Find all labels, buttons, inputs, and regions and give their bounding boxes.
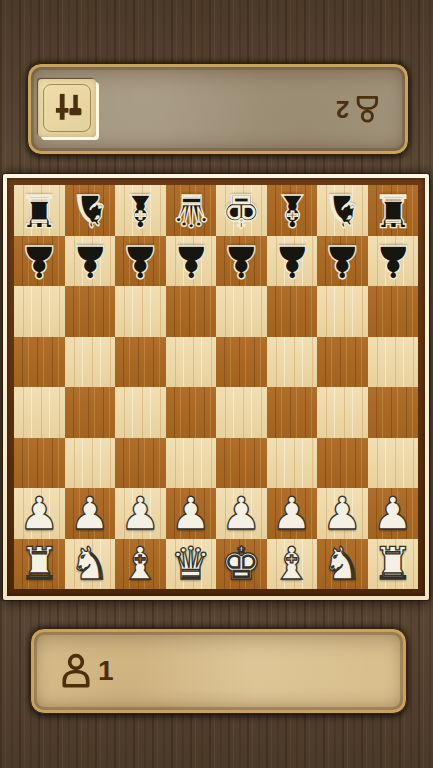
black-bishop[interactable]: ♝ [267,185,318,236]
square-h2[interactable]: ♟ [368,488,419,539]
player-icon [352,94,382,124]
square-d2[interactable]: ♟ [166,488,217,539]
square-a6[interactable] [14,286,65,337]
white-pawn[interactable]: ♟ [368,488,419,539]
square-e8[interactable]: ♚ [216,185,267,236]
white-bishop[interactable]: ♝ [267,539,318,590]
square-c5[interactable] [115,337,166,388]
square-d4[interactable] [166,387,217,438]
black-pawn[interactable]: ♟ [216,236,267,287]
black-queen[interactable]: ♛ [166,185,217,236]
square-g1[interactable]: ♞ [317,539,368,590]
player1-bar: 1 [30,628,407,714]
square-f6[interactable] [267,286,318,337]
square-g4[interactable] [317,387,368,438]
white-knight[interactable]: ♞ [65,539,116,590]
square-a7[interactable]: ♟ [14,236,65,287]
player2-number: 2 [336,95,349,123]
square-b4[interactable] [65,387,116,438]
square-b6[interactable] [65,286,116,337]
square-f8[interactable]: ♝ [267,185,318,236]
black-rook[interactable]: ♜ [14,185,65,236]
square-e7[interactable]: ♟ [216,236,267,287]
white-pawn[interactable]: ♟ [14,488,65,539]
white-bishop[interactable]: ♝ [115,539,166,590]
black-rook[interactable]: ♜ [368,185,419,236]
square-b7[interactable]: ♟ [65,236,116,287]
black-pawn[interactable]: ♟ [115,236,166,287]
square-a3[interactable] [14,438,65,489]
square-f7[interactable]: ♟ [267,236,318,287]
white-rook[interactable]: ♜ [14,539,65,590]
square-d8[interactable]: ♛ [166,185,217,236]
square-g8[interactable]: ♞ [317,185,368,236]
square-f3[interactable] [267,438,318,489]
black-pawn[interactable]: ♟ [166,236,217,287]
square-a1[interactable]: ♜ [14,539,65,590]
black-pawn[interactable]: ♟ [14,236,65,287]
square-f4[interactable] [267,387,318,438]
square-d1[interactable]: ♛ [166,539,217,590]
square-c3[interactable] [115,438,166,489]
black-knight[interactable]: ♞ [65,185,116,236]
square-a8[interactable]: ♜ [14,185,65,236]
settings-button[interactable] [38,79,96,137]
square-f1[interactable]: ♝ [267,539,318,590]
white-pawn[interactable]: ♟ [267,488,318,539]
square-d5[interactable] [166,337,217,388]
white-pawn[interactable]: ♟ [216,488,267,539]
player2-bar: 2 [27,63,409,155]
square-e2[interactable]: ♟ [216,488,267,539]
white-king[interactable]: ♚ [216,539,267,590]
black-pawn[interactable]: ♟ [267,236,318,287]
black-knight[interactable]: ♞ [317,185,368,236]
square-g3[interactable] [317,438,368,489]
square-b3[interactable] [65,438,116,489]
square-a4[interactable] [14,387,65,438]
square-c4[interactable] [115,387,166,438]
square-h1[interactable]: ♜ [368,539,419,590]
square-d6[interactable] [166,286,217,337]
board-frame-outer: ♜♞♝♛♚♝♞♜♟♟♟♟♟♟♟♟♟♟♟♟♟♟♟♟♜♞♝♛♚♝♞♜ [3,174,429,600]
square-e5[interactable] [216,337,267,388]
black-king[interactable]: ♚ [216,185,267,236]
square-b2[interactable]: ♟ [65,488,116,539]
square-h5[interactable] [368,337,419,388]
square-c2[interactable]: ♟ [115,488,166,539]
square-a5[interactable] [14,337,65,388]
white-rook[interactable]: ♜ [368,539,419,590]
square-h3[interactable] [368,438,419,489]
square-d7[interactable]: ♟ [166,236,217,287]
black-pawn[interactable]: ♟ [368,236,419,287]
black-bishop[interactable]: ♝ [115,185,166,236]
square-e4[interactable] [216,387,267,438]
white-pawn[interactable]: ♟ [166,488,217,539]
black-pawn[interactable]: ♟ [317,236,368,287]
board-frame-inner: ♜♞♝♛♚♝♞♜♟♟♟♟♟♟♟♟♟♟♟♟♟♟♟♟♜♞♝♛♚♝♞♜ [7,178,425,596]
square-h6[interactable] [368,286,419,337]
white-queen[interactable]: ♛ [166,539,217,590]
black-pawn[interactable]: ♟ [65,236,116,287]
white-pawn[interactable]: ♟ [317,488,368,539]
tools-icon [49,90,85,126]
square-c6[interactable] [115,286,166,337]
player1-info: 1 [57,652,114,690]
square-b8[interactable]: ♞ [65,185,116,236]
square-e6[interactable] [216,286,267,337]
white-pawn[interactable]: ♟ [115,488,166,539]
square-g7[interactable]: ♟ [317,236,368,287]
square-h4[interactable] [368,387,419,438]
square-b5[interactable] [65,337,116,388]
square-a2[interactable]: ♟ [14,488,65,539]
chess-board: ♜♞♝♛♚♝♞♜♟♟♟♟♟♟♟♟♟♟♟♟♟♟♟♟♜♞♝♛♚♝♞♜ [14,185,418,589]
square-h8[interactable]: ♜ [368,185,419,236]
square-f5[interactable] [267,337,318,388]
player2-info: 2 [336,94,382,124]
white-knight[interactable]: ♞ [317,539,368,590]
square-g6[interactable] [317,286,368,337]
white-pawn[interactable]: ♟ [65,488,116,539]
square-d3[interactable] [166,438,217,489]
square-c8[interactable]: ♝ [115,185,166,236]
square-g5[interactable] [317,337,368,388]
player1-number: 1 [98,655,114,687]
square-e3[interactable] [216,438,267,489]
square-c1[interactable]: ♝ [115,539,166,590]
square-f2[interactable]: ♟ [267,488,318,539]
square-e1[interactable]: ♚ [216,539,267,590]
square-g2[interactable]: ♟ [317,488,368,539]
square-c7[interactable]: ♟ [115,236,166,287]
player-icon [57,652,95,690]
square-h7[interactable]: ♟ [368,236,419,287]
square-b1[interactable]: ♞ [65,539,116,590]
